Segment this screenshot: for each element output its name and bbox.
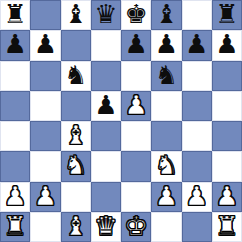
piece-black-pawn[interactable]: ♟: [3, 30, 26, 59]
square-a2[interactable]: ♟: [0, 182, 30, 212]
square-d5[interactable]: ♟: [91, 91, 121, 121]
square-h2[interactable]: ♟: [212, 182, 242, 212]
square-b5[interactable]: [30, 91, 60, 121]
square-d3[interactable]: [91, 151, 121, 181]
square-b6[interactable]: [30, 61, 60, 91]
square-a5[interactable]: [0, 91, 30, 121]
square-b8[interactable]: [30, 0, 60, 30]
square-e1[interactable]: ♚: [121, 212, 151, 242]
square-c2[interactable]: [61, 182, 91, 212]
square-c8[interactable]: ♝: [61, 0, 91, 30]
piece-black-pawn[interactable]: ♟: [94, 91, 117, 120]
square-f8[interactable]: ♝: [151, 0, 181, 30]
piece-white-king[interactable]: ♚: [124, 212, 147, 241]
square-b3[interactable]: [30, 151, 60, 181]
square-b7[interactable]: ♟: [30, 30, 60, 60]
square-g4[interactable]: [182, 121, 212, 151]
piece-black-pawn[interactable]: ♟: [155, 30, 178, 59]
piece-black-knight[interactable]: ♞: [64, 61, 87, 90]
square-g5[interactable]: [182, 91, 212, 121]
piece-white-rook[interactable]: ♜: [3, 212, 26, 241]
square-h5[interactable]: [212, 91, 242, 121]
piece-white-pawn[interactable]: ♟: [185, 182, 208, 211]
piece-white-queen[interactable]: ♛: [94, 212, 117, 241]
piece-white-pawn[interactable]: ♟: [215, 182, 238, 211]
square-h7[interactable]: ♟: [212, 30, 242, 60]
square-g6[interactable]: [182, 61, 212, 91]
piece-black-king[interactable]: ♚: [124, 0, 147, 29]
square-d2[interactable]: [91, 182, 121, 212]
square-h6[interactable]: [212, 61, 242, 91]
square-d7[interactable]: [91, 30, 121, 60]
square-c6[interactable]: ♞: [61, 61, 91, 91]
square-e4[interactable]: [121, 121, 151, 151]
square-f2[interactable]: ♟: [151, 182, 181, 212]
square-c7[interactable]: [61, 30, 91, 60]
square-e7[interactable]: ♟: [121, 30, 151, 60]
chess-board-window: ♜♝♛♚♝♜♟♟♟♟♟♟♞♞♟♟♝♞♞♟♟♟♟♟♜♝♛♚♜: [0, 0, 242, 242]
square-a3[interactable]: [0, 151, 30, 181]
piece-white-rook[interactable]: ♜: [215, 212, 238, 241]
square-c1[interactable]: ♝: [61, 212, 91, 242]
piece-black-pawn[interactable]: ♟: [34, 30, 57, 59]
piece-black-pawn[interactable]: ♟: [124, 30, 147, 59]
square-a6[interactable]: [0, 61, 30, 91]
square-f7[interactable]: ♟: [151, 30, 181, 60]
piece-black-queen[interactable]: ♛: [94, 0, 117, 29]
piece-white-pawn[interactable]: ♟: [3, 182, 26, 211]
square-e2[interactable]: [121, 182, 151, 212]
square-d1[interactable]: ♛: [91, 212, 121, 242]
square-h8[interactable]: ♜: [212, 0, 242, 30]
square-d4[interactable]: [91, 121, 121, 151]
square-b1[interactable]: [30, 212, 60, 242]
piece-black-rook[interactable]: ♜: [215, 0, 238, 29]
square-c5[interactable]: [61, 91, 91, 121]
chess-board: ♜♝♛♚♝♜♟♟♟♟♟♟♞♞♟♟♝♞♞♟♟♟♟♟♜♝♛♚♜: [0, 0, 242, 242]
square-f5[interactable]: [151, 91, 181, 121]
piece-black-bishop[interactable]: ♝: [155, 0, 178, 29]
piece-white-pawn[interactable]: ♟: [155, 182, 178, 211]
square-e5[interactable]: ♟: [121, 91, 151, 121]
piece-black-knight[interactable]: ♞: [155, 61, 178, 90]
piece-black-rook[interactable]: ♜: [3, 0, 26, 29]
piece-white-pawn[interactable]: ♟: [124, 91, 147, 120]
square-g8[interactable]: [182, 0, 212, 30]
square-b2[interactable]: ♟: [30, 182, 60, 212]
square-g7[interactable]: ♟: [182, 30, 212, 60]
square-d8[interactable]: ♛: [91, 0, 121, 30]
square-b4[interactable]: [30, 121, 60, 151]
piece-black-pawn[interactable]: ♟: [215, 30, 238, 59]
piece-white-knight[interactable]: ♞: [155, 151, 178, 180]
square-e6[interactable]: [121, 61, 151, 91]
square-a4[interactable]: [0, 121, 30, 151]
square-d6[interactable]: [91, 61, 121, 91]
square-h4[interactable]: [212, 121, 242, 151]
square-a7[interactable]: ♟: [0, 30, 30, 60]
square-a8[interactable]: ♜: [0, 0, 30, 30]
square-h3[interactable]: [212, 151, 242, 181]
piece-black-pawn[interactable]: ♟: [185, 30, 208, 59]
square-c3[interactable]: ♞: [61, 151, 91, 181]
square-h1[interactable]: ♜: [212, 212, 242, 242]
piece-white-bishop[interactable]: ♝: [64, 121, 87, 150]
piece-white-pawn[interactable]: ♟: [34, 182, 57, 211]
square-e8[interactable]: ♚: [121, 0, 151, 30]
square-f3[interactable]: ♞: [151, 151, 181, 181]
piece-black-bishop[interactable]: ♝: [64, 0, 87, 29]
piece-white-bishop[interactable]: ♝: [64, 212, 87, 241]
square-f1[interactable]: [151, 212, 181, 242]
square-e3[interactable]: [121, 151, 151, 181]
square-c4[interactable]: ♝: [61, 121, 91, 151]
square-g1[interactable]: [182, 212, 212, 242]
square-g2[interactable]: ♟: [182, 182, 212, 212]
square-a1[interactable]: ♜: [0, 212, 30, 242]
piece-white-knight[interactable]: ♞: [64, 151, 87, 180]
square-f6[interactable]: ♞: [151, 61, 181, 91]
square-f4[interactable]: [151, 121, 181, 151]
square-g3[interactable]: [182, 151, 212, 181]
